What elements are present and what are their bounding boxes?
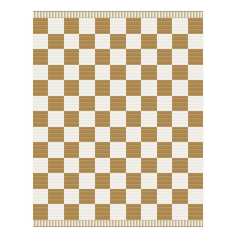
square-r2c4 <box>79 34 94 50</box>
square-r1c5 <box>95 18 110 34</box>
board-grid <box>33 18 203 220</box>
square-r1c4 <box>79 18 94 34</box>
square-r5c7 <box>126 80 141 96</box>
square-r4c1 <box>33 65 48 81</box>
square-r7c1 <box>33 111 48 127</box>
square-r5c4 <box>79 80 94 96</box>
square-r9c6 <box>110 142 125 158</box>
square-r3c10 <box>172 49 187 65</box>
square-r10c7 <box>126 158 141 174</box>
square-r9c4 <box>79 142 94 158</box>
square-r5c3 <box>64 80 79 96</box>
square-r3c3 <box>64 49 79 65</box>
square-r1c11 <box>188 18 203 34</box>
square-r4c11 <box>188 65 203 81</box>
square-r6c4 <box>79 96 94 112</box>
square-r8c5 <box>95 127 110 143</box>
square-r11c3 <box>64 173 79 189</box>
square-r1c8 <box>141 18 156 34</box>
square-r10c9 <box>157 158 172 174</box>
square-r10c11 <box>188 158 203 174</box>
square-r8c9 <box>157 127 172 143</box>
square-r6c8 <box>141 96 156 112</box>
square-r13c3 <box>64 204 79 220</box>
square-r12c6 <box>110 189 125 205</box>
square-r2c1 <box>33 34 48 50</box>
square-r11c5 <box>95 173 110 189</box>
square-r11c2 <box>48 173 63 189</box>
square-r2c6 <box>110 34 125 50</box>
square-r8c6 <box>110 127 125 143</box>
square-r6c2 <box>48 96 63 112</box>
square-r4c4 <box>79 65 94 81</box>
square-r3c11 <box>188 49 203 65</box>
square-r11c10 <box>172 173 187 189</box>
square-r5c6 <box>110 80 125 96</box>
square-r6c9 <box>157 96 172 112</box>
square-r7c7 <box>126 111 141 127</box>
checkered-rug-board <box>33 11 203 227</box>
square-r11c6 <box>110 173 125 189</box>
square-r4c8 <box>141 65 156 81</box>
square-r2c10 <box>172 34 187 50</box>
square-r8c1 <box>33 127 48 143</box>
square-r6c7 <box>126 96 141 112</box>
square-r5c1 <box>33 80 48 96</box>
square-r13c4 <box>79 204 94 220</box>
square-r1c2 <box>48 18 63 34</box>
square-r12c8 <box>141 189 156 205</box>
square-r12c11 <box>188 189 203 205</box>
square-r6c10 <box>172 96 187 112</box>
square-r8c11 <box>188 127 203 143</box>
square-r6c3 <box>64 96 79 112</box>
square-r13c7 <box>126 204 141 220</box>
square-r12c9 <box>157 189 172 205</box>
square-r13c11 <box>188 204 203 220</box>
square-r2c11 <box>188 34 203 50</box>
square-r11c8 <box>141 173 156 189</box>
square-r12c5 <box>95 189 110 205</box>
square-r7c8 <box>141 111 156 127</box>
square-r7c3 <box>64 111 79 127</box>
square-r6c1 <box>33 96 48 112</box>
square-r9c10 <box>172 142 187 158</box>
square-r3c6 <box>110 49 125 65</box>
square-r1c7 <box>126 18 141 34</box>
square-r9c7 <box>126 142 141 158</box>
square-r1c10 <box>172 18 187 34</box>
square-r10c3 <box>64 158 79 174</box>
square-r4c6 <box>110 65 125 81</box>
square-r13c8 <box>141 204 156 220</box>
square-r10c8 <box>141 158 156 174</box>
square-r8c7 <box>126 127 141 143</box>
square-r2c5 <box>95 34 110 50</box>
square-r8c10 <box>172 127 187 143</box>
square-r7c6 <box>110 111 125 127</box>
square-r3c9 <box>157 49 172 65</box>
square-r13c6 <box>110 204 125 220</box>
square-r1c1 <box>33 18 48 34</box>
square-r11c11 <box>188 173 203 189</box>
square-r3c5 <box>95 49 110 65</box>
square-r4c9 <box>157 65 172 81</box>
square-r7c11 <box>188 111 203 127</box>
square-r9c1 <box>33 142 48 158</box>
square-r12c7 <box>126 189 141 205</box>
square-r4c10 <box>172 65 187 81</box>
square-r11c1 <box>33 173 48 189</box>
square-r4c2 <box>48 65 63 81</box>
square-r2c9 <box>157 34 172 50</box>
square-r3c7 <box>126 49 141 65</box>
square-r8c3 <box>64 127 79 143</box>
square-r9c3 <box>64 142 79 158</box>
square-r6c6 <box>110 96 125 112</box>
square-r12c2 <box>48 189 63 205</box>
square-r3c1 <box>33 49 48 65</box>
square-r12c3 <box>64 189 79 205</box>
square-r12c1 <box>33 189 48 205</box>
square-r12c10 <box>172 189 187 205</box>
square-r4c3 <box>64 65 79 81</box>
square-r3c2 <box>48 49 63 65</box>
square-r5c8 <box>141 80 156 96</box>
square-r6c11 <box>188 96 203 112</box>
square-r4c7 <box>126 65 141 81</box>
square-r11c7 <box>126 173 141 189</box>
square-r4c5 <box>95 65 110 81</box>
square-r2c8 <box>141 34 156 50</box>
square-r13c5 <box>95 204 110 220</box>
square-r10c6 <box>110 158 125 174</box>
square-r5c2 <box>48 80 63 96</box>
square-r8c8 <box>141 127 156 143</box>
square-r7c10 <box>172 111 187 127</box>
square-r2c2 <box>48 34 63 50</box>
fringe-top <box>33 11 203 18</box>
square-r9c8 <box>141 142 156 158</box>
square-r13c9 <box>157 204 172 220</box>
square-r10c4 <box>79 158 94 174</box>
square-r8c4 <box>79 127 94 143</box>
square-r9c9 <box>157 142 172 158</box>
square-r3c8 <box>141 49 156 65</box>
square-r1c6 <box>110 18 125 34</box>
square-r8c2 <box>48 127 63 143</box>
square-r5c9 <box>157 80 172 96</box>
square-r5c5 <box>95 80 110 96</box>
square-r1c9 <box>157 18 172 34</box>
square-r12c4 <box>79 189 94 205</box>
fringe-bottom <box>33 220 203 227</box>
square-r10c1 <box>33 158 48 174</box>
square-r13c1 <box>33 204 48 220</box>
square-r11c4 <box>79 173 94 189</box>
square-r9c11 <box>188 142 203 158</box>
square-r3c4 <box>79 49 94 65</box>
square-r7c5 <box>95 111 110 127</box>
square-r9c5 <box>95 142 110 158</box>
square-r13c2 <box>48 204 63 220</box>
square-r1c3 <box>64 18 79 34</box>
square-r10c10 <box>172 158 187 174</box>
square-r2c7 <box>126 34 141 50</box>
square-r7c4 <box>79 111 94 127</box>
square-r5c11 <box>188 80 203 96</box>
square-r6c5 <box>95 96 110 112</box>
square-r2c3 <box>64 34 79 50</box>
square-r7c9 <box>157 111 172 127</box>
square-r5c10 <box>172 80 187 96</box>
square-r10c2 <box>48 158 63 174</box>
square-r9c2 <box>48 142 63 158</box>
square-r11c9 <box>157 173 172 189</box>
square-r10c5 <box>95 158 110 174</box>
square-r13c10 <box>172 204 187 220</box>
photo-canvas <box>0 0 236 236</box>
square-r7c2 <box>48 111 63 127</box>
